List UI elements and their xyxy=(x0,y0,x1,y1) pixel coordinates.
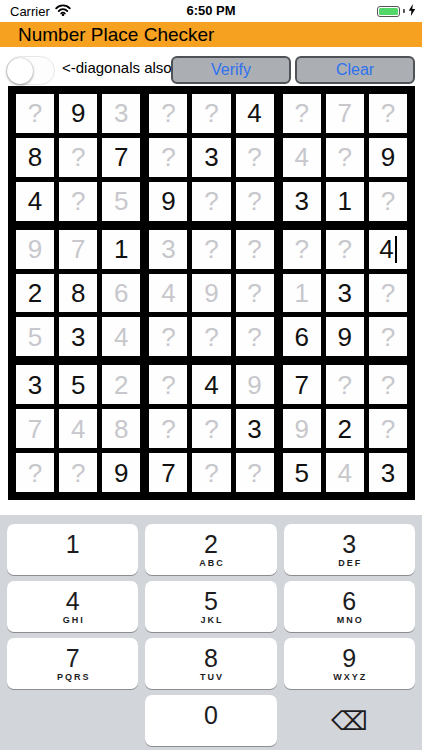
placeholder-mark: ? xyxy=(71,460,85,486)
cell-r6c7[interactable]: 6 xyxy=(283,317,321,356)
digit: 4 xyxy=(204,372,218,398)
block-3-1: 352748??9 xyxy=(16,365,140,492)
cell-r8c5[interactable]: ? xyxy=(192,409,230,448)
placeholder-mark: ? xyxy=(381,372,395,398)
cell-r8c6[interactable]: 3 xyxy=(236,409,274,448)
key-letters: DEF xyxy=(336,558,362,569)
cell-r9c8[interactable]: 4 xyxy=(326,453,364,492)
cell-r5c6[interactable]: ? xyxy=(236,274,274,313)
key-digit: 5 xyxy=(204,588,218,615)
placeholder-mark: ? xyxy=(28,460,42,486)
digit: 9 xyxy=(161,188,175,214)
digit: 4 xyxy=(247,100,261,126)
cell-r7c1[interactable]: 3 xyxy=(16,365,54,404)
digit: 4 xyxy=(161,280,175,306)
battery-icon xyxy=(377,6,400,17)
sudoku-board: ?938?74?5??4?3?9???7?4?931?9712865343??4… xyxy=(8,86,415,500)
cell-r1c4[interactable]: ? xyxy=(149,94,187,133)
cell-r9c2[interactable]: ? xyxy=(59,453,97,492)
placeholder-mark: ? xyxy=(161,416,175,442)
digit: 2 xyxy=(28,280,42,306)
placeholder-mark: ? xyxy=(204,324,218,350)
digit: 4 xyxy=(379,236,393,262)
digit: 3 xyxy=(71,324,85,350)
block-1-2: ??4?3?9?? xyxy=(149,94,273,221)
digit: 7 xyxy=(28,416,42,442)
status-bar: Carrier 6:50 PM xyxy=(0,0,422,22)
cell-r5c8[interactable]: 3 xyxy=(326,274,364,313)
key-digit: 8 xyxy=(204,645,218,672)
key-letters: PQRS xyxy=(55,672,91,683)
placeholder-mark: ? xyxy=(381,280,395,306)
cell-r3c8[interactable]: 1 xyxy=(326,182,364,221)
cell-r6c8[interactable]: 9 xyxy=(326,317,364,356)
key-letters: GHI xyxy=(61,615,85,626)
diagonals-toggle[interactable] xyxy=(6,56,55,85)
digit: 4 xyxy=(294,144,308,170)
key-digit: 7 xyxy=(66,645,80,672)
placeholder-mark: ? xyxy=(204,188,218,214)
block-3-3: 7??92?543 xyxy=(283,365,407,492)
cell-r3c5[interactable]: ? xyxy=(192,182,230,221)
digit: 5 xyxy=(71,372,85,398)
key-0[interactable]: 0 xyxy=(145,695,276,746)
cell-r2c8[interactable]: ? xyxy=(326,138,364,177)
placeholder-mark: ? xyxy=(161,100,175,126)
cell-r8c4[interactable]: ? xyxy=(149,409,187,448)
digit: 9 xyxy=(338,324,352,350)
controls-row: <-diagonals also Verify Clear xyxy=(0,47,422,86)
cell-r3c6[interactable]: ? xyxy=(236,182,274,221)
cell-r2c1[interactable]: 8 xyxy=(16,138,54,177)
cell-r4c3[interactable]: 1 xyxy=(102,230,140,269)
digit: 4 xyxy=(114,324,128,350)
cell-r7c3[interactable]: 2 xyxy=(102,365,140,404)
clock: 6:50 PM xyxy=(0,3,422,18)
cell-r9c5[interactable]: ? xyxy=(192,453,230,492)
cell-r6c9[interactable]: ? xyxy=(369,317,407,356)
block-2-2: 3??49???? xyxy=(149,230,273,357)
cell-r7c5[interactable]: 4 xyxy=(192,365,230,404)
key-letters: TUV xyxy=(198,672,224,683)
digit: 3 xyxy=(114,100,128,126)
key-digit: 2 xyxy=(204,531,218,558)
placeholder-mark: ? xyxy=(204,416,218,442)
digit: 3 xyxy=(294,188,308,214)
cell-r3c4[interactable]: 9 xyxy=(149,182,187,221)
cell-r2c6[interactable]: ? xyxy=(236,138,274,177)
cell-r1c1[interactable]: ? xyxy=(16,94,54,133)
placeholder-mark: ? xyxy=(294,100,308,126)
cell-r9c6[interactable]: ? xyxy=(236,453,274,492)
placeholder-mark: ? xyxy=(247,460,261,486)
cell-r2c9[interactable]: 9 xyxy=(369,138,407,177)
cell-r7c9[interactable]: ? xyxy=(369,365,407,404)
digit: 5 xyxy=(294,460,308,486)
digit: 6 xyxy=(294,324,308,350)
key-letters: MNO xyxy=(335,615,364,626)
placeholder-mark: ? xyxy=(247,144,261,170)
cell-r4c6[interactable]: ? xyxy=(236,230,274,269)
cell-r1c3[interactable]: 3 xyxy=(102,94,140,133)
digit: 5 xyxy=(114,188,128,214)
cell-r5c3[interactable]: 6 xyxy=(102,274,140,313)
cell-r8c7[interactable]: 9 xyxy=(283,409,321,448)
backspace-icon[interactable]: ⌫ xyxy=(284,695,415,746)
digit: 7 xyxy=(294,372,308,398)
cell-r2c7[interactable]: 4 xyxy=(283,138,321,177)
cell-r5c7[interactable]: 1 xyxy=(283,274,321,313)
key-letters: JKL xyxy=(198,615,223,626)
digit: 6 xyxy=(114,280,128,306)
digit: 3 xyxy=(247,416,261,442)
cell-r7c6[interactable]: 9 xyxy=(236,365,274,404)
cell-r1c2[interactable]: 9 xyxy=(59,94,97,133)
key-1[interactable]: 1 xyxy=(7,524,138,575)
placeholder-mark: ? xyxy=(338,144,352,170)
cell-r3c9[interactable]: ? xyxy=(369,182,407,221)
placeholder-mark: ? xyxy=(71,144,85,170)
cell-r4c1[interactable]: 9 xyxy=(16,230,54,269)
digit: 3 xyxy=(28,372,42,398)
digit: 3 xyxy=(338,280,352,306)
cell-r5c4[interactable]: 4 xyxy=(149,274,187,313)
cell-r9c4[interactable]: 7 xyxy=(149,453,187,492)
digit: 7 xyxy=(161,460,175,486)
digit: 3 xyxy=(204,144,218,170)
cell-r5c5[interactable]: 9 xyxy=(192,274,230,313)
text-cursor xyxy=(395,236,397,263)
placeholder-mark: ? xyxy=(204,236,218,262)
cell-r8c8[interactable]: 2 xyxy=(326,409,364,448)
digit: 4 xyxy=(28,188,42,214)
charging-bolt-icon xyxy=(408,2,416,20)
placeholder-mark: ? xyxy=(381,100,395,126)
block-2-3: ??413?69? xyxy=(283,230,407,357)
key-6[interactable]: 6MNO xyxy=(284,581,415,632)
digit: 4 xyxy=(71,416,85,442)
key-4[interactable]: 4GHI xyxy=(7,581,138,632)
key-7[interactable]: 7PQRS xyxy=(7,638,138,689)
placeholder-mark: ? xyxy=(381,188,395,214)
digit: 3 xyxy=(161,236,175,262)
numeric-keyboard: 12ABC3DEF4GHI5JKL6MNO7PQRS8TUV9WXYZ0⌫ xyxy=(0,515,422,750)
cell-r5c9[interactable]: ? xyxy=(369,274,407,313)
cell-r2c4[interactable]: ? xyxy=(149,138,187,177)
cell-r2c5[interactable]: 3 xyxy=(192,138,230,177)
digit: 9 xyxy=(204,280,218,306)
digit: 7 xyxy=(71,236,85,262)
placeholder-mark: ? xyxy=(338,372,352,398)
placeholder-mark: ? xyxy=(381,324,395,350)
digit: 8 xyxy=(114,416,128,442)
cell-r6c6[interactable]: ? xyxy=(236,317,274,356)
key-digit: 9 xyxy=(342,645,356,672)
digit: 9 xyxy=(247,372,261,398)
cell-r4c9[interactable]: 4 xyxy=(369,230,407,269)
placeholder-mark: ? xyxy=(204,100,218,126)
key-digit: 6 xyxy=(342,588,356,615)
key-digit: 4 xyxy=(66,588,80,615)
block-3-2: ?49??37?? xyxy=(149,365,273,492)
digit: 9 xyxy=(71,100,85,126)
cell-r7c4[interactable]: ? xyxy=(149,365,187,404)
digit: 5 xyxy=(28,324,42,350)
cell-r7c8[interactable]: ? xyxy=(326,365,364,404)
cell-r6c1[interactable]: 5 xyxy=(16,317,54,356)
digit: 9 xyxy=(28,236,42,262)
digit: 7 xyxy=(338,100,352,126)
diagonals-toggle-label: <-diagonals also xyxy=(62,59,172,76)
digit: 2 xyxy=(114,372,128,398)
cell-r1c5[interactable]: ? xyxy=(192,94,230,133)
placeholder-mark: ? xyxy=(247,280,261,306)
cell-r9c1[interactable]: ? xyxy=(16,453,54,492)
cell-r3c2[interactable]: ? xyxy=(59,182,97,221)
digit: 4 xyxy=(338,460,352,486)
block-1-3: ?7?4?931? xyxy=(283,94,407,221)
cell-r9c3[interactable]: 9 xyxy=(102,453,140,492)
cell-r1c7[interactable]: ? xyxy=(283,94,321,133)
cell-r2c3[interactable]: 7 xyxy=(102,138,140,177)
key-digit: 3 xyxy=(342,531,356,558)
cell-r4c8[interactable]: ? xyxy=(326,230,364,269)
cell-r4c5[interactable]: ? xyxy=(192,230,230,269)
digit: 8 xyxy=(28,144,42,170)
cell-r3c1[interactable]: 4 xyxy=(16,182,54,221)
cell-r4c4[interactable]: 3 xyxy=(149,230,187,269)
key-8[interactable]: 8TUV xyxy=(145,638,276,689)
cell-r6c2[interactable]: 3 xyxy=(59,317,97,356)
placeholder-mark: ? xyxy=(294,236,308,262)
placeholder-mark: ? xyxy=(161,324,175,350)
key-letters: ABC xyxy=(197,558,225,569)
placeholder-mark: ? xyxy=(338,236,352,262)
digit: 7 xyxy=(114,144,128,170)
block-2-1: 971286534 xyxy=(16,230,140,357)
cell-r8c3[interactable]: 8 xyxy=(102,409,140,448)
digit: 1 xyxy=(114,236,128,262)
cell-r2c2[interactable]: ? xyxy=(59,138,97,177)
placeholder-mark: ? xyxy=(28,100,42,126)
digit: 1 xyxy=(338,188,352,214)
cell-r3c3[interactable]: 5 xyxy=(102,182,140,221)
key-3[interactable]: 3DEF xyxy=(284,524,415,575)
placeholder-mark: ? xyxy=(161,372,175,398)
cell-r1c8[interactable]: 7 xyxy=(326,94,364,133)
cell-r4c7[interactable]: ? xyxy=(283,230,321,269)
cell-r1c9[interactable]: ? xyxy=(369,94,407,133)
key-9[interactable]: 9WXYZ xyxy=(284,638,415,689)
cell-r8c9[interactable]: ? xyxy=(369,409,407,448)
digit: 8 xyxy=(71,280,85,306)
toggle-knob xyxy=(7,58,33,84)
verify-button[interactable]: Verify xyxy=(171,56,291,84)
cell-r4c2[interactable]: 7 xyxy=(59,230,97,269)
cell-r5c2[interactable]: 8 xyxy=(59,274,97,313)
cell-r8c2[interactable]: 4 xyxy=(59,409,97,448)
cell-r7c2[interactable]: 5 xyxy=(59,365,97,404)
keyboard-grid: 12ABC3DEF4GHI5JKL6MNO7PQRS8TUV9WXYZ0⌫ xyxy=(0,515,422,746)
placeholder-mark: ? xyxy=(204,460,218,486)
placeholder-mark: ? xyxy=(381,416,395,442)
cell-r3c7[interactable]: 3 xyxy=(283,182,321,221)
cell-r6c4[interactable]: ? xyxy=(149,317,187,356)
key-digit: 0 xyxy=(204,702,218,729)
key-digit: 1 xyxy=(66,531,80,558)
placeholder-mark: ? xyxy=(247,188,261,214)
key-2[interactable]: 2ABC xyxy=(145,524,276,575)
block-1-1: ?938?74?5 xyxy=(16,94,140,221)
cell-r6c5[interactable]: ? xyxy=(192,317,230,356)
keyboard-spacer xyxy=(7,695,138,746)
page-title: Number Place Checker xyxy=(18,24,214,46)
placeholder-mark: ? xyxy=(247,324,261,350)
app-screen: Carrier 6:50 PM Number Place Checker <-d… xyxy=(0,0,422,750)
nav-bar: Number Place Checker xyxy=(0,22,422,47)
cell-r7c7[interactable]: 7 xyxy=(283,365,321,404)
battery-nub xyxy=(403,9,405,13)
cell-r5c1[interactable]: 2 xyxy=(16,274,54,313)
placeholder-mark: ? xyxy=(71,188,85,214)
cell-r8c1[interactable]: 7 xyxy=(16,409,54,448)
digit: 9 xyxy=(114,460,128,486)
placeholder-mark: ? xyxy=(247,236,261,262)
digit: 3 xyxy=(381,460,395,486)
placeholder-mark: ? xyxy=(161,144,175,170)
key-letters: WXYZ xyxy=(331,672,367,683)
cell-r1c6[interactable]: 4 xyxy=(236,94,274,133)
digit: 2 xyxy=(338,416,352,442)
digit: 9 xyxy=(294,416,308,442)
digit: 9 xyxy=(381,144,395,170)
cell-r9c9[interactable]: 3 xyxy=(369,453,407,492)
cell-r6c3[interactable]: 4 xyxy=(102,317,140,356)
key-5[interactable]: 5JKL xyxy=(145,581,276,632)
digit: 1 xyxy=(294,280,308,306)
cell-r9c7[interactable]: 5 xyxy=(283,453,321,492)
clear-button[interactable]: Clear xyxy=(295,56,415,84)
